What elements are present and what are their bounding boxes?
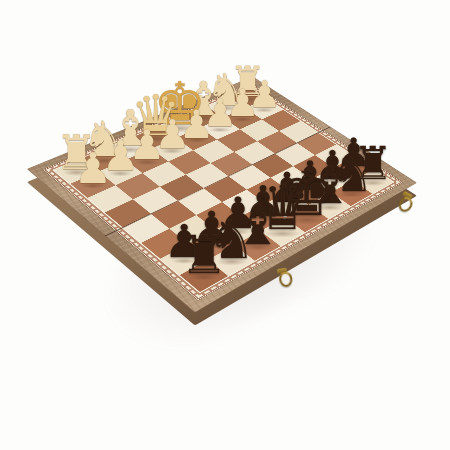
clasp-ring [278, 271, 293, 288]
brass-clasp-bottom [277, 267, 294, 288]
product-photo-stage: ♜♞♟♝♟♚♟♛♟♝♟♞♟♟♜♟♟♜♟♟♞♟♝♟♚♟♛♟♝♟♞♜ [0, 0, 450, 450]
black-rook[interactable]: ♜ [180, 229, 227, 282]
white-pawn[interactable]: ♟ [74, 147, 112, 189]
